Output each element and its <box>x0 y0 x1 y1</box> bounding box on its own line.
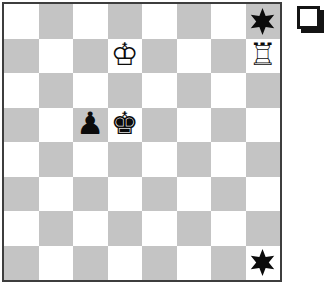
square-a6[interactable] <box>4 73 39 108</box>
square-f4[interactable] <box>177 142 212 177</box>
square-a7[interactable] <box>4 39 39 74</box>
star-marker-icon <box>248 248 277 277</box>
white-king[interactable]: ♔ <box>111 39 139 70</box>
square-c5[interactable]: ♟ <box>73 108 108 143</box>
square-e7[interactable] <box>142 39 177 74</box>
star-marker-icon <box>248 7 277 36</box>
square-f6[interactable] <box>177 73 212 108</box>
square-e1[interactable] <box>142 246 177 281</box>
square-b1[interactable] <box>39 246 74 281</box>
square-b8[interactable] <box>39 4 74 39</box>
square-a2[interactable] <box>4 211 39 246</box>
square-e3[interactable] <box>142 177 177 212</box>
chess-board: ♔♖♟♚ <box>2 2 282 282</box>
white-rook[interactable]: ♖ <box>249 39 277 70</box>
square-a8[interactable] <box>4 4 39 39</box>
square-d3[interactable] <box>108 177 143 212</box>
black-king[interactable]: ♚ <box>111 108 139 139</box>
black-pawn[interactable]: ♟ <box>76 108 104 139</box>
square-e2[interactable] <box>142 211 177 246</box>
square-h6[interactable] <box>246 73 281 108</box>
square-e4[interactable] <box>142 142 177 177</box>
square-h7[interactable]: ♖ <box>246 39 281 74</box>
square-b7[interactable] <box>39 39 74 74</box>
square-f2[interactable] <box>177 211 212 246</box>
square-a5[interactable] <box>4 108 39 143</box>
square-g4[interactable] <box>211 142 246 177</box>
square-h8[interactable] <box>246 4 281 39</box>
square-h2[interactable] <box>246 211 281 246</box>
square-g5[interactable] <box>211 108 246 143</box>
square-a3[interactable] <box>4 177 39 212</box>
square-g1[interactable] <box>211 246 246 281</box>
square-f3[interactable] <box>177 177 212 212</box>
square-e5[interactable] <box>142 108 177 143</box>
square-c4[interactable] <box>73 142 108 177</box>
square-g7[interactable] <box>211 39 246 74</box>
square-b4[interactable] <box>39 142 74 177</box>
square-g8[interactable] <box>211 4 246 39</box>
square-c3[interactable] <box>73 177 108 212</box>
square-c1[interactable] <box>73 246 108 281</box>
square-f1[interactable] <box>177 246 212 281</box>
square-h3[interactable] <box>246 177 281 212</box>
square-c6[interactable] <box>73 73 108 108</box>
square-f7[interactable] <box>177 39 212 74</box>
square-d1[interactable] <box>108 246 143 281</box>
square-a1[interactable] <box>4 246 39 281</box>
square-d6[interactable] <box>108 73 143 108</box>
square-c7[interactable] <box>73 39 108 74</box>
square-d8[interactable] <box>108 4 143 39</box>
square-f8[interactable] <box>177 4 212 39</box>
square-d5[interactable]: ♚ <box>108 108 143 143</box>
square-b5[interactable] <box>39 108 74 143</box>
square-h4[interactable] <box>246 142 281 177</box>
white-to-move-indicator <box>297 6 320 29</box>
square-g2[interactable] <box>211 211 246 246</box>
square-c2[interactable] <box>73 211 108 246</box>
square-f5[interactable] <box>177 108 212 143</box>
square-b6[interactable] <box>39 73 74 108</box>
square-c8[interactable] <box>73 4 108 39</box>
square-g6[interactable] <box>211 73 246 108</box>
square-d2[interactable] <box>108 211 143 246</box>
square-d7[interactable]: ♔ <box>108 39 143 74</box>
square-e6[interactable] <box>142 73 177 108</box>
square-d4[interactable] <box>108 142 143 177</box>
square-g3[interactable] <box>211 177 246 212</box>
square-e8[interactable] <box>142 4 177 39</box>
square-a4[interactable] <box>4 142 39 177</box>
square-h5[interactable] <box>246 108 281 143</box>
chess-diagram: ♔♖♟♚ <box>0 0 328 285</box>
square-b3[interactable] <box>39 177 74 212</box>
square-h1[interactable] <box>246 246 281 281</box>
square-b2[interactable] <box>39 211 74 246</box>
